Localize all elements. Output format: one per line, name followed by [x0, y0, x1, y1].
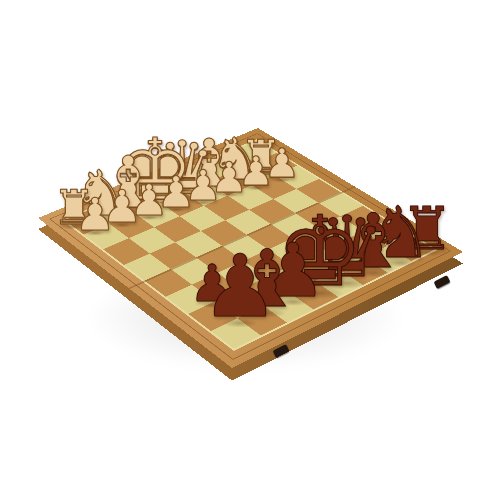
chess-set-photo: ♜♞♝♚♛♝♞♜♟♟♟♟♟♟♟♟♟♟♝♟♚♛♝♞♜ [0, 0, 500, 500]
black-pawn[interactable]: ♟ [201, 243, 278, 329]
white-pawn[interactable]: ♟ [75, 192, 115, 237]
